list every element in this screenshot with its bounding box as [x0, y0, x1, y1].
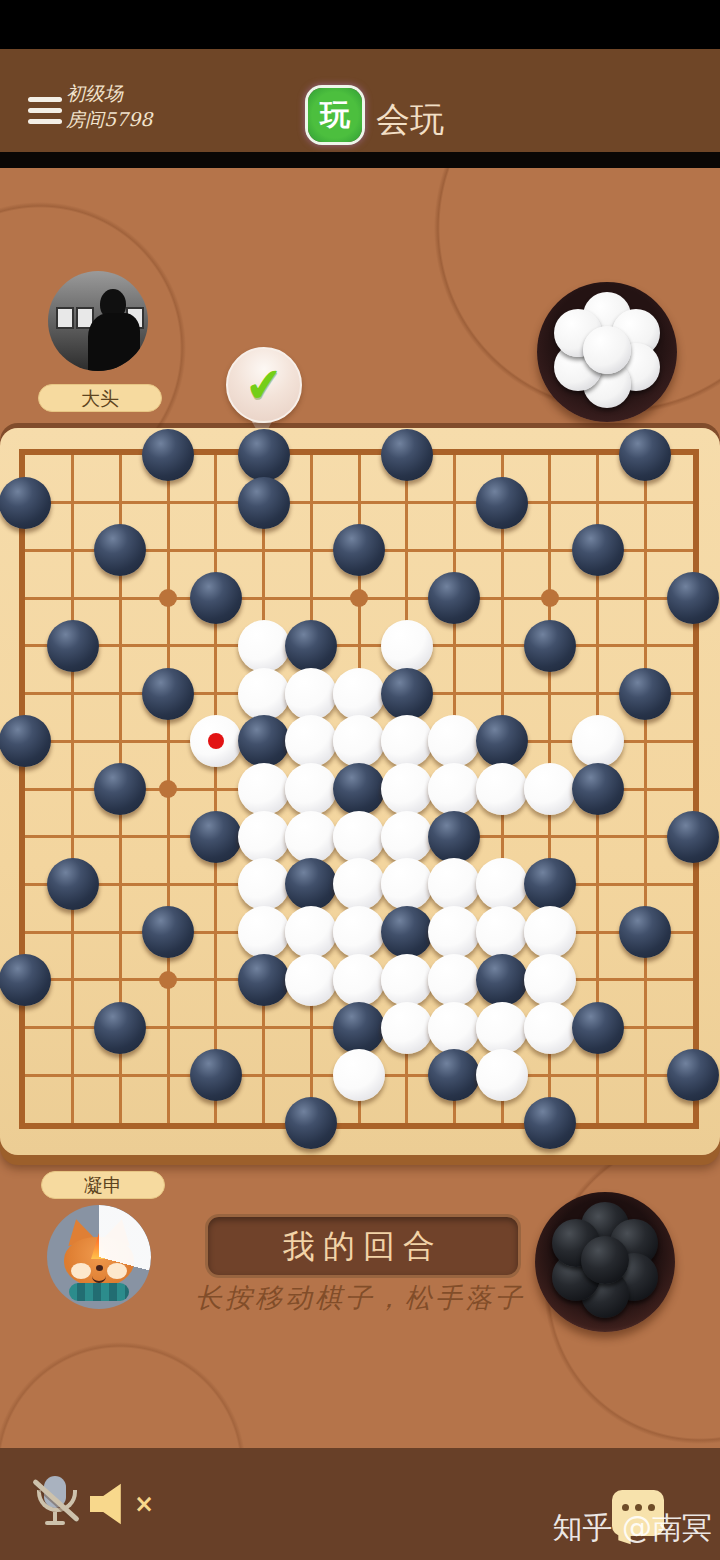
- black-stone[interactable]: [619, 906, 671, 958]
- bowl-stone: [583, 326, 631, 374]
- black-stone[interactable]: [190, 811, 242, 863]
- black-stone[interactable]: [285, 620, 337, 672]
- star-point: [541, 589, 559, 607]
- black-stone[interactable]: [381, 668, 433, 720]
- arena-label: 初级场: [66, 80, 152, 106]
- white-stone[interactable]: [238, 811, 290, 863]
- white-stone[interactable]: [428, 954, 480, 1006]
- white-stone[interactable]: [476, 1049, 528, 1101]
- white-stone[interactable]: [428, 763, 480, 815]
- black-stone[interactable]: [238, 954, 290, 1006]
- white-stone-bowl: [537, 282, 677, 422]
- room-info: 初级场 房间5798: [66, 80, 152, 132]
- white-stone[interactable]: [572, 715, 624, 767]
- black-stone[interactable]: [142, 906, 194, 958]
- black-stone[interactable]: [333, 1002, 385, 1054]
- black-stone[interactable]: [0, 715, 51, 767]
- black-stone[interactable]: [619, 429, 671, 481]
- gomoku-board[interactable]: [0, 428, 720, 1155]
- white-stone[interactable]: [285, 715, 337, 767]
- white-stone[interactable]: [333, 715, 385, 767]
- black-stone[interactable]: [619, 668, 671, 720]
- white-stone[interactable]: [476, 906, 528, 958]
- black-stone[interactable]: [476, 477, 528, 529]
- white-stone[interactable]: [285, 954, 337, 1006]
- white-stone[interactable]: [381, 1002, 433, 1054]
- black-stone[interactable]: [572, 763, 624, 815]
- black-stone[interactable]: [333, 524, 385, 576]
- black-stone[interactable]: [333, 763, 385, 815]
- white-stone[interactable]: [524, 906, 576, 958]
- star-point: [159, 589, 177, 607]
- black-stone[interactable]: [381, 906, 433, 958]
- white-stone[interactable]: [285, 668, 337, 720]
- black-stone[interactable]: [381, 429, 433, 481]
- white-stone[interactable]: [428, 715, 480, 767]
- black-stone[interactable]: [142, 429, 194, 481]
- ready-bubble: ✔: [226, 347, 302, 423]
- white-stone[interactable]: [238, 620, 290, 672]
- black-stone[interactable]: [476, 954, 528, 1006]
- black-stone[interactable]: [47, 620, 99, 672]
- room-number: 房间5798: [66, 106, 152, 132]
- black-stone[interactable]: [238, 477, 290, 529]
- white-stone[interactable]: [381, 620, 433, 672]
- black-stone-bowl: [535, 1192, 675, 1332]
- white-stone[interactable]: [524, 954, 576, 1006]
- black-stone[interactable]: [524, 858, 576, 910]
- white-stone[interactable]: [238, 858, 290, 910]
- black-stone[interactable]: [428, 811, 480, 863]
- star-point: [159, 971, 177, 989]
- black-stone[interactable]: [667, 572, 719, 624]
- grid-line: [644, 455, 647, 1123]
- white-stone[interactable]: [333, 906, 385, 958]
- white-stone[interactable]: [381, 954, 433, 1006]
- my-turn-indicator: 我的回合: [205, 1214, 521, 1278]
- white-stone[interactable]: [285, 906, 337, 958]
- white-stone[interactable]: [285, 811, 337, 863]
- status-bar: [0, 0, 720, 49]
- black-stone[interactable]: [285, 858, 337, 910]
- black-stone[interactable]: [667, 1049, 719, 1101]
- white-stone[interactable]: [238, 906, 290, 958]
- black-stone[interactable]: [572, 1002, 624, 1054]
- white-stone[interactable]: [476, 858, 528, 910]
- black-stone[interactable]: [238, 429, 290, 481]
- black-stone[interactable]: [476, 715, 528, 767]
- white-stone[interactable]: [238, 668, 290, 720]
- black-stone[interactable]: [285, 1097, 337, 1149]
- black-stone[interactable]: [524, 620, 576, 672]
- black-stone[interactable]: [0, 954, 51, 1006]
- opponent-avatar[interactable]: [48, 271, 148, 371]
- black-stone[interactable]: [428, 572, 480, 624]
- star-point: [159, 780, 177, 798]
- black-stone[interactable]: [238, 715, 290, 767]
- player-name: 凝申: [41, 1171, 165, 1199]
- star-point: [350, 589, 368, 607]
- black-stone[interactable]: [94, 1002, 146, 1054]
- last-move-marker: [208, 733, 224, 749]
- checkmark-icon: ✔: [242, 356, 286, 414]
- black-stone[interactable]: [47, 858, 99, 910]
- black-stone[interactable]: [572, 524, 624, 576]
- white-stone[interactable]: [381, 811, 433, 863]
- black-stone[interactable]: [94, 524, 146, 576]
- white-stone[interactable]: [333, 954, 385, 1006]
- photo-frame: [56, 307, 74, 329]
- white-stone[interactable]: [381, 763, 433, 815]
- black-stone[interactable]: [428, 1049, 480, 1101]
- menu-icon[interactable]: [28, 97, 62, 131]
- black-stone[interactable]: [667, 811, 719, 863]
- white-stone[interactable]: [333, 858, 385, 910]
- white-stone[interactable]: [428, 1002, 480, 1054]
- white-stone[interactable]: [333, 811, 385, 863]
- white-stone[interactable]: [381, 858, 433, 910]
- header-divider: [0, 152, 720, 168]
- white-stone[interactable]: [428, 858, 480, 910]
- black-stone[interactable]: [0, 477, 51, 529]
- opponent-name: 大头: [38, 384, 162, 412]
- black-stone[interactable]: [190, 572, 242, 624]
- white-stone[interactable]: [428, 906, 480, 958]
- black-stone[interactable]: [190, 1049, 242, 1101]
- white-stone[interactable]: [333, 1049, 385, 1101]
- black-stone[interactable]: [524, 1097, 576, 1149]
- white-stone[interactable]: [381, 715, 433, 767]
- bowl-stone: [581, 1236, 629, 1284]
- white-stone[interactable]: [285, 763, 337, 815]
- white-stone[interactable]: [238, 763, 290, 815]
- app-name: 会玩: [376, 97, 444, 143]
- black-stone[interactable]: [94, 763, 146, 815]
- white-stone[interactable]: [476, 763, 528, 815]
- white-stone[interactable]: [333, 668, 385, 720]
- white-stone[interactable]: [524, 1002, 576, 1054]
- black-stone[interactable]: [142, 668, 194, 720]
- app-logo-icon: 玩: [308, 88, 362, 142]
- watermark: 知乎 @南冥: [0, 1508, 712, 1549]
- white-stone[interactable]: [476, 1002, 528, 1054]
- white-stone[interactable]: [524, 763, 576, 815]
